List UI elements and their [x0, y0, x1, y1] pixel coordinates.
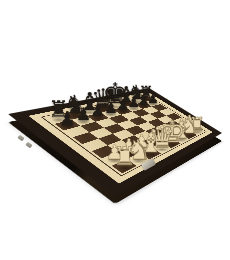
black-pawn-icon: ♟: [104, 100, 118, 116]
black-pawn-icon: ♟: [59, 109, 76, 128]
hinge: [17, 135, 24, 142]
product-photo-scene: ♜♞♝♛♚♝♞♜♟♟♟♟♟♟♟♟♟♟♟♟♟♟♟♟♜♞♝♛♚♝♞♜: [0, 0, 230, 260]
white-rook-icon: ♜: [113, 144, 136, 169]
black-pawn-icon: ♟: [116, 98, 130, 113]
hinge: [25, 142, 32, 149]
black-pawn-icon: ♟: [91, 103, 106, 120]
black-pawn-icon: ♟: [76, 106, 92, 124]
